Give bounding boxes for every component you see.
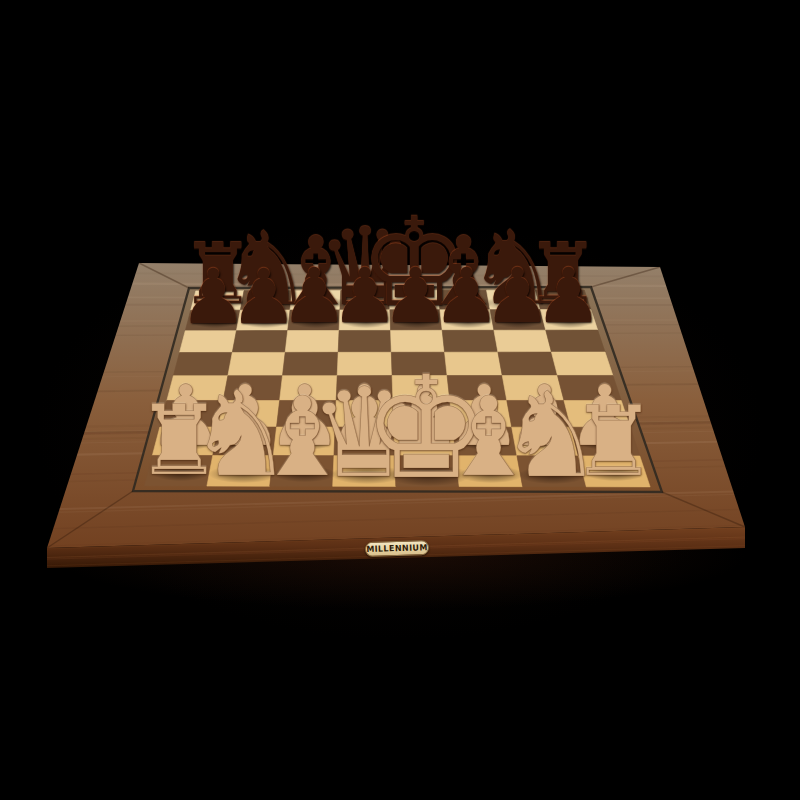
brand-label-text: MILLENNIUM [366,543,428,554]
product-photo-stage: ♜♞♝♛♚♝♞♜♟♟♟♟♟♟♟♟♟♟♟♟♟♟♟♟♜♞♝♛♚♝♞♜ MILLENN… [0,0,800,800]
brand-label: MILLENNIUM [365,540,429,557]
piece-white-rook-h1[interactable]: ♜ [570,394,657,491]
piece-black-pawn-h7[interactable]: ♟ [535,259,603,335]
